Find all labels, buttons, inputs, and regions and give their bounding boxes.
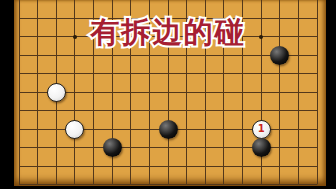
board-cell: [121, 64, 140, 83]
board-cell: [103, 120, 122, 139]
board-cell: [121, 120, 140, 139]
board-cell: [289, 64, 308, 83]
board-cell: [252, 175, 271, 186]
board-cell: [289, 0, 308, 9]
black-stone: [103, 138, 122, 157]
board-cell: [270, 0, 289, 9]
board-cell: [233, 120, 252, 139]
board-cell: [84, 64, 103, 83]
board-cell: [140, 138, 159, 157]
board-cell: [196, 64, 215, 83]
board-cell: [308, 138, 326, 157]
white-stone: [65, 120, 84, 139]
board-cell: [84, 120, 103, 139]
board-cell: [28, 83, 47, 102]
board-cell: [28, 64, 47, 83]
board-cell: [14, 83, 28, 102]
board-cell: [140, 157, 159, 176]
board-cell: [103, 0, 122, 9]
board-cell: [233, 157, 252, 176]
board-cell: [215, 64, 234, 83]
white-stone: [47, 83, 66, 102]
board-cell: [196, 101, 215, 120]
board-cell: [196, 138, 215, 157]
board-cell: [177, 83, 196, 102]
board-cell: [140, 0, 159, 9]
board-cell: [159, 83, 178, 102]
board-cell: [66, 157, 85, 176]
board-cell: [66, 175, 85, 186]
board-cell: [159, 175, 178, 186]
board-cell: [103, 64, 122, 83]
board-cell: [196, 83, 215, 102]
board-cell: [177, 120, 196, 139]
board-cell: [103, 83, 122, 102]
board-cell: [308, 120, 326, 139]
board-cell: [233, 101, 252, 120]
board-cell: [47, 0, 66, 9]
board-cell: [14, 0, 28, 9]
board-cell: [47, 120, 66, 139]
board-cell: [66, 101, 85, 120]
board-cell: [47, 175, 66, 186]
board-cell: [252, 101, 271, 120]
board-cell: [159, 64, 178, 83]
board-cell: [233, 138, 252, 157]
board-cell: [66, 138, 85, 157]
board-cell: [140, 101, 159, 120]
board-cell: [47, 138, 66, 157]
board-cell: [289, 157, 308, 176]
board-cell: [84, 138, 103, 157]
board-cell: [47, 157, 66, 176]
lesson-title: 有拆边的碰: [0, 13, 336, 53]
board-cell: [103, 157, 122, 176]
board-cell: [14, 175, 28, 186]
board-cell: [159, 157, 178, 176]
board-cell: [215, 157, 234, 176]
board-cell: [14, 120, 28, 139]
board-cell: [84, 157, 103, 176]
board-cell: [215, 101, 234, 120]
board-cell: [66, 64, 85, 83]
white-stone-move-1: 1: [252, 120, 271, 139]
board-cell: [252, 64, 271, 83]
video-frame: 1 有拆边的碰: [0, 0, 336, 189]
board-cell: [177, 157, 196, 176]
board-cell: [308, 157, 326, 176]
black-stone: [159, 120, 178, 139]
board-cell: [308, 101, 326, 120]
board-cell: [14, 157, 28, 176]
board-cell: [47, 64, 66, 83]
board-cell: [140, 64, 159, 83]
board-cell: [121, 101, 140, 120]
letterbox-left: [0, 0, 14, 189]
board-cell: [289, 138, 308, 157]
board-cell: [308, 83, 326, 102]
board-cell: [215, 83, 234, 102]
board-cell: [177, 175, 196, 186]
board-cell: [289, 101, 308, 120]
board-cell: [66, 0, 85, 9]
board-cell: [270, 64, 289, 83]
board-cell: [196, 175, 215, 186]
board-cell: [215, 138, 234, 157]
board-cell: [47, 101, 66, 120]
board-cell: [28, 0, 47, 9]
board-cell: [66, 83, 85, 102]
board-cell: [289, 175, 308, 186]
board-cell: [121, 138, 140, 157]
board-cell: [121, 157, 140, 176]
board-cell: [233, 175, 252, 186]
board-cell: [14, 101, 28, 120]
board-cell: [177, 138, 196, 157]
board-cell: [215, 175, 234, 186]
board-cell: [28, 138, 47, 157]
board-cell: [289, 83, 308, 102]
board-cell: [270, 101, 289, 120]
board-cell: [308, 64, 326, 83]
letterbox-bottom: [0, 186, 336, 189]
board-cell: [28, 157, 47, 176]
board-cell: [215, 120, 234, 139]
board-cell: [14, 138, 28, 157]
board-cell: [159, 0, 178, 9]
board-cell: [270, 83, 289, 102]
move-number-label: 1: [258, 124, 265, 134]
board-cell: [233, 0, 252, 9]
board-cell: [84, 175, 103, 186]
board-cell: [140, 175, 159, 186]
board-cell: [233, 64, 252, 83]
board-cell: [252, 157, 271, 176]
board-cell: [159, 138, 178, 157]
board-cell: [14, 64, 28, 83]
board-cell: [252, 0, 271, 9]
board-cell: [121, 175, 140, 186]
board-cell: [270, 138, 289, 157]
board-cell: [308, 0, 326, 9]
board-cell: [84, 83, 103, 102]
board-cell: [159, 101, 178, 120]
board-cell: [196, 0, 215, 9]
board-cell: [233, 83, 252, 102]
board-cell: [121, 83, 140, 102]
board-cell: [196, 120, 215, 139]
black-stone: [252, 138, 271, 157]
board-cell: [84, 101, 103, 120]
board-cell: [308, 175, 326, 186]
board-cell: [140, 83, 159, 102]
board-cell: [270, 157, 289, 176]
board-cell: [28, 120, 47, 139]
board-cell: [121, 0, 140, 9]
board-cell: [270, 175, 289, 186]
board-cell: [103, 101, 122, 120]
board-cell: [28, 175, 47, 186]
board-cell: [177, 0, 196, 9]
board-cell: [177, 101, 196, 120]
board-cell: [289, 120, 308, 139]
board-cell: [215, 0, 234, 9]
board-cell: [28, 101, 47, 120]
board-cell: [84, 0, 103, 9]
board-cell: [177, 64, 196, 83]
board-cell: [252, 83, 271, 102]
board-cell: [270, 120, 289, 139]
board-cell: [140, 120, 159, 139]
board-cell: [103, 175, 122, 186]
board-cell: [196, 157, 215, 176]
letterbox-right: [326, 0, 336, 189]
